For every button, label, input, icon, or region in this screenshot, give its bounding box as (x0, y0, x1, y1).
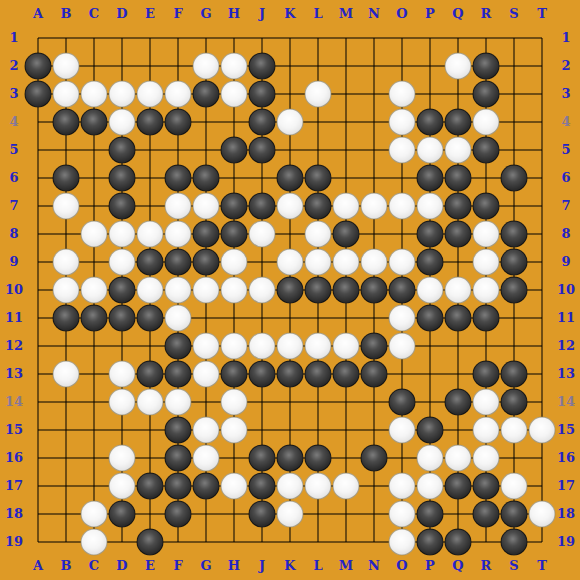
stone-white-G12 (193, 333, 220, 360)
stone-black-S13 (501, 361, 528, 388)
stone-black-F17 (165, 473, 192, 500)
stone-black-L16 (305, 445, 332, 472)
coord-label-left-12: 12 (0, 338, 28, 354)
stone-black-P8 (417, 221, 444, 248)
coord-label-bottom-L: L (304, 558, 332, 574)
stone-black-Q14 (445, 389, 472, 416)
stone-black-Q17 (445, 473, 472, 500)
stone-white-P17 (417, 473, 444, 500)
stone-white-H10 (221, 277, 248, 304)
stone-white-L8 (305, 221, 332, 248)
stone-white-D17 (109, 473, 136, 500)
stone-black-G6 (193, 165, 220, 192)
stone-black-Q8 (445, 221, 472, 248)
stone-black-R5 (473, 137, 500, 164)
stone-black-E13 (137, 361, 164, 388)
coord-label-right-3: 3 (552, 86, 580, 102)
coord-label-right-5: 5 (552, 142, 580, 158)
stone-black-F18 (165, 501, 192, 528)
stone-white-D16 (109, 445, 136, 472)
coord-label-bottom-B: B (52, 558, 80, 574)
stone-black-F13 (165, 361, 192, 388)
stone-black-B4 (53, 109, 80, 136)
coord-label-bottom-S: S (500, 558, 528, 574)
stone-white-D3 (109, 81, 136, 108)
coord-label-left-15: 15 (0, 422, 28, 438)
coord-label-left-10: 10 (0, 282, 28, 298)
coord-label-bottom-N: N (360, 558, 388, 574)
coord-label-bottom-T: T (528, 558, 556, 574)
stone-white-H2 (221, 53, 248, 80)
coord-label-left-6: 6 (0, 170, 28, 186)
stone-black-P18 (417, 501, 444, 528)
stone-white-M7 (333, 193, 360, 220)
coord-label-top-K: K (276, 6, 304, 22)
stone-black-S19 (501, 529, 528, 556)
stone-white-C8 (81, 221, 108, 248)
stone-black-L7 (305, 193, 332, 220)
stone-black-O14 (389, 389, 416, 416)
stone-white-R4 (473, 109, 500, 136)
stone-white-C3 (81, 81, 108, 108)
stone-white-Q16 (445, 445, 472, 472)
stone-white-O19 (389, 529, 416, 556)
stone-white-B2 (53, 53, 80, 80)
coord-label-left-1: 1 (0, 30, 28, 46)
stone-black-D18 (109, 501, 136, 528)
stone-white-E8 (137, 221, 164, 248)
stone-black-S14 (501, 389, 528, 416)
stone-black-K13 (277, 361, 304, 388)
coord-label-top-C: C (80, 6, 108, 22)
stone-white-D8 (109, 221, 136, 248)
coord-label-bottom-J: J (248, 558, 276, 574)
stone-white-P10 (417, 277, 444, 304)
stone-black-J2 (249, 53, 276, 80)
stone-black-D5 (109, 137, 136, 164)
stone-black-P9 (417, 249, 444, 276)
stone-black-P15 (417, 417, 444, 444)
coord-label-bottom-R: R (472, 558, 500, 574)
stone-black-H13 (221, 361, 248, 388)
stone-white-F7 (165, 193, 192, 220)
stone-white-C10 (81, 277, 108, 304)
stone-black-N13 (361, 361, 388, 388)
stone-white-J12 (249, 333, 276, 360)
stone-white-C19 (81, 529, 108, 556)
coord-label-top-M: M (332, 6, 360, 22)
stone-black-Q11 (445, 305, 472, 332)
stone-white-J8 (249, 221, 276, 248)
stone-black-N12 (361, 333, 388, 360)
stone-white-O15 (389, 417, 416, 444)
coord-label-bottom-G: G (192, 558, 220, 574)
stone-black-P19 (417, 529, 444, 556)
stone-black-J7 (249, 193, 276, 220)
stone-white-F8 (165, 221, 192, 248)
coord-label-top-J: J (248, 6, 276, 22)
stone-white-O3 (389, 81, 416, 108)
stone-black-D6 (109, 165, 136, 192)
stone-white-E10 (137, 277, 164, 304)
coord-label-right-14: 14 (552, 394, 580, 410)
stone-white-R9 (473, 249, 500, 276)
stone-white-D4 (109, 109, 136, 136)
stone-black-J17 (249, 473, 276, 500)
stone-white-N9 (361, 249, 388, 276)
stone-white-H17 (221, 473, 248, 500)
coord-label-left-7: 7 (0, 198, 28, 214)
coord-label-left-17: 17 (0, 478, 28, 494)
stone-white-T18 (529, 501, 556, 528)
stone-black-F4 (165, 109, 192, 136)
coord-label-top-O: O (388, 6, 416, 22)
stone-black-C4 (81, 109, 108, 136)
stone-white-T15 (529, 417, 556, 444)
stone-black-J3 (249, 81, 276, 108)
stone-black-S9 (501, 249, 528, 276)
stone-white-G16 (193, 445, 220, 472)
stone-black-Q6 (445, 165, 472, 192)
coord-label-top-R: R (472, 6, 500, 22)
stone-white-B7 (53, 193, 80, 220)
stone-black-F6 (165, 165, 192, 192)
stone-black-D11 (109, 305, 136, 332)
coord-label-top-N: N (360, 6, 388, 22)
coord-label-bottom-Q: Q (444, 558, 472, 574)
stone-black-Q19 (445, 529, 472, 556)
coord-label-left-18: 18 (0, 506, 28, 522)
stone-black-M8 (333, 221, 360, 248)
coord-label-left-19: 19 (0, 534, 28, 550)
stone-black-Q7 (445, 193, 472, 220)
coord-label-left-4: 4 (0, 114, 28, 130)
stone-black-G8 (193, 221, 220, 248)
stone-white-R10 (473, 277, 500, 304)
stone-black-S10 (501, 277, 528, 304)
coord-label-right-2: 2 (552, 58, 580, 74)
stone-white-E14 (137, 389, 164, 416)
stone-white-P5 (417, 137, 444, 164)
stone-black-C11 (81, 305, 108, 332)
coord-label-right-16: 16 (552, 450, 580, 466)
stone-white-K18 (277, 501, 304, 528)
coord-label-right-8: 8 (552, 226, 580, 242)
stone-white-Q10 (445, 277, 472, 304)
stone-white-H9 (221, 249, 248, 276)
coord-label-right-13: 13 (552, 366, 580, 382)
stone-white-L9 (305, 249, 332, 276)
stone-white-K12 (277, 333, 304, 360)
stone-black-J4 (249, 109, 276, 136)
stone-white-O4 (389, 109, 416, 136)
coord-label-right-15: 15 (552, 422, 580, 438)
stone-black-K10 (277, 277, 304, 304)
stone-black-F15 (165, 417, 192, 444)
stone-black-R7 (473, 193, 500, 220)
stone-white-R8 (473, 221, 500, 248)
coord-label-left-16: 16 (0, 450, 28, 466)
stone-black-G3 (193, 81, 220, 108)
stone-white-G15 (193, 417, 220, 444)
coord-label-top-B: B (52, 6, 80, 22)
coord-label-left-14: 14 (0, 394, 28, 410)
coord-label-right-9: 9 (552, 254, 580, 270)
stone-black-A2 (25, 53, 52, 80)
stone-white-G7 (193, 193, 220, 220)
coord-label-bottom-D: D (108, 558, 136, 574)
stone-white-H15 (221, 417, 248, 444)
stone-white-F11 (165, 305, 192, 332)
stone-black-A3 (25, 81, 52, 108)
stone-white-P7 (417, 193, 444, 220)
stone-white-O7 (389, 193, 416, 220)
stone-white-D13 (109, 361, 136, 388)
stone-white-F10 (165, 277, 192, 304)
coord-label-right-19: 19 (552, 534, 580, 550)
stone-white-S17 (501, 473, 528, 500)
stone-black-M13 (333, 361, 360, 388)
coord-label-bottom-O: O (388, 558, 416, 574)
go-board[interactable]: AABBCCDDEEFFGGHHJJKKLLMMNNOOPPQQRRSSTT11… (0, 0, 580, 580)
coord-label-right-17: 17 (552, 478, 580, 494)
stone-white-B3 (53, 81, 80, 108)
stone-black-H8 (221, 221, 248, 248)
stone-white-O12 (389, 333, 416, 360)
stone-black-D7 (109, 193, 136, 220)
stone-black-N16 (361, 445, 388, 472)
stone-black-S18 (501, 501, 528, 528)
stone-black-G9 (193, 249, 220, 276)
stone-white-R14 (473, 389, 500, 416)
stone-black-J16 (249, 445, 276, 472)
coord-label-right-4: 4 (552, 114, 580, 130)
stone-black-O10 (389, 277, 416, 304)
stone-white-D14 (109, 389, 136, 416)
stone-black-S6 (501, 165, 528, 192)
stone-black-R11 (473, 305, 500, 332)
stone-black-N10 (361, 277, 388, 304)
stone-black-F12 (165, 333, 192, 360)
coord-label-left-11: 11 (0, 310, 28, 326)
stone-black-E11 (137, 305, 164, 332)
stone-black-B6 (53, 165, 80, 192)
stone-white-O11 (389, 305, 416, 332)
stone-white-M17 (333, 473, 360, 500)
coord-label-top-A: A (24, 6, 52, 22)
stone-white-R15 (473, 417, 500, 444)
stone-black-P4 (417, 109, 444, 136)
stone-white-M9 (333, 249, 360, 276)
coord-label-right-18: 18 (552, 506, 580, 522)
stone-black-R17 (473, 473, 500, 500)
stone-white-L17 (305, 473, 332, 500)
stone-black-G17 (193, 473, 220, 500)
stone-black-R13 (473, 361, 500, 388)
stone-black-E9 (137, 249, 164, 276)
stone-black-M10 (333, 277, 360, 304)
coord-label-right-12: 12 (552, 338, 580, 354)
stone-black-F16 (165, 445, 192, 472)
stone-white-F3 (165, 81, 192, 108)
stone-white-Q5 (445, 137, 472, 164)
coord-label-left-13: 13 (0, 366, 28, 382)
stone-white-O5 (389, 137, 416, 164)
stone-white-K7 (277, 193, 304, 220)
coord-label-top-Q: Q (444, 6, 472, 22)
coord-label-right-10: 10 (552, 282, 580, 298)
stone-white-L3 (305, 81, 332, 108)
stone-white-G2 (193, 53, 220, 80)
coord-label-left-9: 9 (0, 254, 28, 270)
coord-label-right-11: 11 (552, 310, 580, 326)
coord-label-bottom-H: H (220, 558, 248, 574)
stone-white-K17 (277, 473, 304, 500)
coord-label-right-1: 1 (552, 30, 580, 46)
coord-label-top-D: D (108, 6, 136, 22)
stone-white-H12 (221, 333, 248, 360)
stone-black-H7 (221, 193, 248, 220)
stone-black-L10 (305, 277, 332, 304)
stone-black-K16 (277, 445, 304, 472)
coord-label-top-F: F (164, 6, 192, 22)
stone-white-B9 (53, 249, 80, 276)
coord-label-bottom-P: P (416, 558, 444, 574)
stone-black-E4 (137, 109, 164, 136)
stone-white-O9 (389, 249, 416, 276)
stone-white-G13 (193, 361, 220, 388)
stone-black-R3 (473, 81, 500, 108)
stone-black-L6 (305, 165, 332, 192)
stone-black-R18 (473, 501, 500, 528)
stone-black-E17 (137, 473, 164, 500)
stone-white-O17 (389, 473, 416, 500)
stone-white-N7 (361, 193, 388, 220)
stone-black-P6 (417, 165, 444, 192)
stone-white-F14 (165, 389, 192, 416)
stone-black-B11 (53, 305, 80, 332)
coord-label-right-7: 7 (552, 198, 580, 214)
stone-black-J18 (249, 501, 276, 528)
coord-label-bottom-C: C (80, 558, 108, 574)
stone-white-R16 (473, 445, 500, 472)
stone-black-K6 (277, 165, 304, 192)
stone-white-O18 (389, 501, 416, 528)
stone-black-L13 (305, 361, 332, 388)
coord-label-bottom-M: M (332, 558, 360, 574)
coord-label-top-P: P (416, 6, 444, 22)
coord-label-bottom-A: A (24, 558, 52, 574)
stone-white-K9 (277, 249, 304, 276)
stone-white-E3 (137, 81, 164, 108)
coord-label-bottom-F: F (164, 558, 192, 574)
stone-black-E19 (137, 529, 164, 556)
stone-black-H5 (221, 137, 248, 164)
coord-label-top-H: H (220, 6, 248, 22)
stone-white-C18 (81, 501, 108, 528)
stone-white-P16 (417, 445, 444, 472)
stone-black-S8 (501, 221, 528, 248)
coord-label-left-5: 5 (0, 142, 28, 158)
coord-label-top-L: L (304, 6, 332, 22)
stone-white-J10 (249, 277, 276, 304)
coord-label-top-S: S (500, 6, 528, 22)
stone-white-H3 (221, 81, 248, 108)
stone-white-K4 (277, 109, 304, 136)
coord-label-right-6: 6 (552, 170, 580, 186)
stone-white-G10 (193, 277, 220, 304)
coord-label-top-G: G (192, 6, 220, 22)
stone-white-M12 (333, 333, 360, 360)
stone-white-B13 (53, 361, 80, 388)
coord-label-top-E: E (136, 6, 164, 22)
stone-black-J13 (249, 361, 276, 388)
stone-black-P11 (417, 305, 444, 332)
stone-white-B10 (53, 277, 80, 304)
stone-black-Q4 (445, 109, 472, 136)
stone-black-F9 (165, 249, 192, 276)
stone-white-D9 (109, 249, 136, 276)
coord-label-top-T: T (528, 6, 556, 22)
stone-black-D10 (109, 277, 136, 304)
stone-white-S15 (501, 417, 528, 444)
stone-black-J5 (249, 137, 276, 164)
coord-label-bottom-K: K (276, 558, 304, 574)
stone-white-L12 (305, 333, 332, 360)
coord-label-left-8: 8 (0, 226, 28, 242)
stone-white-H14 (221, 389, 248, 416)
stone-white-Q2 (445, 53, 472, 80)
stone-black-R2 (473, 53, 500, 80)
coord-label-bottom-E: E (136, 558, 164, 574)
